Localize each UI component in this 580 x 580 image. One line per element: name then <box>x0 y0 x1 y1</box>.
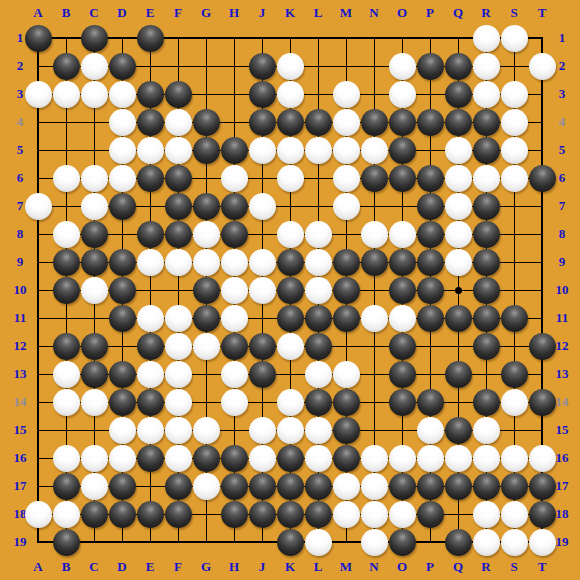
black-stone[interactable] <box>221 221 248 248</box>
column-label-bottom: C <box>80 559 108 575</box>
black-stone[interactable] <box>137 165 164 192</box>
black-stone[interactable] <box>137 333 164 360</box>
white-stone[interactable] <box>277 53 304 80</box>
black-stone[interactable] <box>25 25 52 52</box>
white-stone[interactable] <box>249 193 276 220</box>
black-stone[interactable] <box>417 277 444 304</box>
black-stone[interactable] <box>333 445 360 472</box>
column-label-top: B <box>52 5 80 21</box>
row-label-left: 16 <box>6 450 34 466</box>
white-stone[interactable] <box>305 529 332 556</box>
black-stone[interactable] <box>529 389 556 416</box>
white-stone[interactable] <box>137 137 164 164</box>
row-label-left: 4 <box>6 114 34 130</box>
column-label-bottom: K <box>276 559 304 575</box>
black-stone[interactable] <box>389 361 416 388</box>
black-stone[interactable] <box>529 165 556 192</box>
column-label-bottom: Q <box>444 559 472 575</box>
row-label-right: 4 <box>548 114 576 130</box>
white-stone[interactable] <box>109 445 136 472</box>
white-stone[interactable] <box>389 221 416 248</box>
go-board[interactable]: AABBCCDDEEFFGGHHJJKKLLMMNNOOPPQQRRSSTT11… <box>0 0 580 580</box>
white-stone[interactable] <box>137 305 164 332</box>
white-stone[interactable] <box>249 277 276 304</box>
black-stone[interactable] <box>333 389 360 416</box>
white-stone[interactable] <box>361 501 388 528</box>
black-stone[interactable] <box>305 501 332 528</box>
white-stone[interactable] <box>53 221 80 248</box>
white-stone[interactable] <box>193 221 220 248</box>
white-stone[interactable] <box>361 473 388 500</box>
column-label-top: J <box>248 5 276 21</box>
column-label-top: O <box>388 5 416 21</box>
white-stone[interactable] <box>305 249 332 276</box>
white-stone[interactable] <box>445 249 472 276</box>
black-stone[interactable] <box>221 473 248 500</box>
white-stone[interactable] <box>165 137 192 164</box>
black-stone[interactable] <box>333 249 360 276</box>
row-label-right: 3 <box>548 86 576 102</box>
black-stone[interactable] <box>277 445 304 472</box>
black-stone[interactable] <box>109 277 136 304</box>
white-stone[interactable] <box>389 501 416 528</box>
white-stone[interactable] <box>165 333 192 360</box>
black-stone[interactable] <box>165 81 192 108</box>
black-stone[interactable] <box>109 305 136 332</box>
column-label-bottom: N <box>360 559 388 575</box>
white-stone[interactable] <box>109 137 136 164</box>
black-stone[interactable] <box>137 389 164 416</box>
black-stone[interactable] <box>473 193 500 220</box>
black-stone[interactable] <box>445 305 472 332</box>
white-stone[interactable] <box>165 389 192 416</box>
white-stone[interactable] <box>221 361 248 388</box>
row-label-left: 2 <box>6 58 34 74</box>
black-stone[interactable] <box>137 25 164 52</box>
column-label-bottom: P <box>416 559 444 575</box>
white-stone[interactable] <box>333 501 360 528</box>
white-stone[interactable] <box>137 249 164 276</box>
white-stone[interactable] <box>445 445 472 472</box>
black-stone[interactable] <box>473 389 500 416</box>
white-stone[interactable] <box>445 221 472 248</box>
white-stone[interactable] <box>53 389 80 416</box>
black-stone[interactable] <box>389 473 416 500</box>
column-label-top: H <box>220 5 248 21</box>
black-stone[interactable] <box>165 221 192 248</box>
row-label-right: 10 <box>548 282 576 298</box>
column-label-bottom: T <box>528 559 556 575</box>
white-stone[interactable] <box>277 165 304 192</box>
white-stone[interactable] <box>333 109 360 136</box>
white-stone[interactable] <box>165 361 192 388</box>
black-stone[interactable] <box>109 193 136 220</box>
white-stone[interactable] <box>305 361 332 388</box>
black-stone[interactable] <box>333 277 360 304</box>
black-stone[interactable] <box>221 445 248 472</box>
column-label-bottom: O <box>388 559 416 575</box>
black-stone[interactable] <box>417 165 444 192</box>
white-stone[interactable] <box>473 501 500 528</box>
black-stone[interactable] <box>193 193 220 220</box>
black-stone[interactable] <box>417 501 444 528</box>
white-stone[interactable] <box>193 249 220 276</box>
white-stone[interactable] <box>473 53 500 80</box>
white-stone[interactable] <box>361 137 388 164</box>
white-stone[interactable] <box>305 221 332 248</box>
black-stone[interactable] <box>249 81 276 108</box>
row-label-left: 9 <box>6 254 34 270</box>
white-stone[interactable] <box>333 165 360 192</box>
column-label-top: M <box>332 5 360 21</box>
column-label-top: F <box>164 5 192 21</box>
black-stone[interactable] <box>137 501 164 528</box>
black-stone[interactable] <box>109 249 136 276</box>
white-stone[interactable] <box>361 221 388 248</box>
black-stone[interactable] <box>389 137 416 164</box>
black-stone[interactable] <box>389 333 416 360</box>
white-stone[interactable] <box>109 81 136 108</box>
black-stone[interactable] <box>473 249 500 276</box>
black-stone[interactable] <box>417 473 444 500</box>
black-stone[interactable] <box>137 445 164 472</box>
white-stone[interactable] <box>501 25 528 52</box>
column-label-bottom: R <box>472 559 500 575</box>
white-stone[interactable] <box>25 81 52 108</box>
white-stone[interactable] <box>53 501 80 528</box>
white-stone[interactable] <box>81 445 108 472</box>
white-stone[interactable] <box>221 249 248 276</box>
black-stone[interactable] <box>109 501 136 528</box>
black-stone[interactable] <box>81 25 108 52</box>
white-stone[interactable] <box>473 25 500 52</box>
white-stone[interactable] <box>417 417 444 444</box>
white-stone[interactable] <box>221 165 248 192</box>
white-stone[interactable] <box>81 473 108 500</box>
white-stone[interactable] <box>249 445 276 472</box>
black-stone[interactable] <box>501 473 528 500</box>
white-stone[interactable] <box>389 81 416 108</box>
white-stone[interactable] <box>53 361 80 388</box>
black-stone[interactable] <box>361 109 388 136</box>
white-stone[interactable] <box>361 445 388 472</box>
white-stone[interactable] <box>501 109 528 136</box>
row-label-left: 19 <box>6 534 34 550</box>
black-stone[interactable] <box>249 53 276 80</box>
column-label-top: N <box>360 5 388 21</box>
black-stone[interactable] <box>305 389 332 416</box>
black-stone[interactable] <box>473 109 500 136</box>
column-label-bottom: J <box>248 559 276 575</box>
column-label-top: E <box>136 5 164 21</box>
black-stone[interactable] <box>137 81 164 108</box>
column-label-top: C <box>80 5 108 21</box>
white-stone[interactable] <box>81 165 108 192</box>
black-stone[interactable] <box>81 221 108 248</box>
white-stone[interactable] <box>249 417 276 444</box>
black-stone[interactable] <box>361 249 388 276</box>
white-stone[interactable] <box>277 221 304 248</box>
white-stone[interactable] <box>529 445 556 472</box>
black-stone[interactable] <box>277 473 304 500</box>
black-stone[interactable] <box>529 333 556 360</box>
black-stone[interactable] <box>221 193 248 220</box>
white-stone[interactable] <box>193 333 220 360</box>
white-stone[interactable] <box>305 137 332 164</box>
white-stone[interactable] <box>193 417 220 444</box>
black-stone[interactable] <box>305 305 332 332</box>
black-stone[interactable] <box>389 109 416 136</box>
white-stone[interactable] <box>221 389 248 416</box>
black-stone[interactable] <box>445 53 472 80</box>
black-stone[interactable] <box>445 473 472 500</box>
white-stone[interactable] <box>389 445 416 472</box>
white-stone[interactable] <box>445 165 472 192</box>
black-stone[interactable] <box>305 473 332 500</box>
column-label-top: D <box>108 5 136 21</box>
black-stone[interactable] <box>473 277 500 304</box>
white-stone[interactable] <box>473 81 500 108</box>
hoshi-dot <box>455 287 462 294</box>
white-stone[interactable] <box>249 249 276 276</box>
row-label-left: 6 <box>6 170 34 186</box>
black-stone[interactable] <box>249 501 276 528</box>
white-stone[interactable] <box>165 249 192 276</box>
white-stone[interactable] <box>333 81 360 108</box>
black-stone[interactable] <box>445 529 472 556</box>
white-stone[interactable] <box>81 389 108 416</box>
black-stone[interactable] <box>53 473 80 500</box>
white-stone[interactable] <box>529 53 556 80</box>
black-stone[interactable] <box>165 193 192 220</box>
white-stone[interactable] <box>277 333 304 360</box>
row-label-right: 9 <box>548 254 576 270</box>
black-stone[interactable] <box>277 249 304 276</box>
column-label-top: Q <box>444 5 472 21</box>
black-stone[interactable] <box>473 137 500 164</box>
white-stone[interactable] <box>529 529 556 556</box>
black-stone[interactable] <box>389 529 416 556</box>
black-stone[interactable] <box>277 305 304 332</box>
white-stone[interactable] <box>165 109 192 136</box>
black-stone[interactable] <box>137 109 164 136</box>
white-stone[interactable] <box>81 53 108 80</box>
black-stone[interactable] <box>81 361 108 388</box>
black-stone[interactable] <box>109 389 136 416</box>
white-stone[interactable] <box>333 193 360 220</box>
white-stone[interactable] <box>193 473 220 500</box>
white-stone[interactable] <box>109 417 136 444</box>
column-label-bottom: A <box>24 559 52 575</box>
white-stone[interactable] <box>389 305 416 332</box>
black-stone[interactable] <box>417 193 444 220</box>
row-label-left: 15 <box>6 422 34 438</box>
column-label-bottom: L <box>304 559 332 575</box>
black-stone[interactable] <box>445 81 472 108</box>
white-stone[interactable] <box>53 81 80 108</box>
black-stone[interactable] <box>165 473 192 500</box>
black-stone[interactable] <box>53 333 80 360</box>
black-stone[interactable] <box>165 165 192 192</box>
row-label-right: 1 <box>548 30 576 46</box>
black-stone[interactable] <box>81 333 108 360</box>
white-stone[interactable] <box>53 445 80 472</box>
white-stone[interactable] <box>473 165 500 192</box>
black-stone[interactable] <box>109 53 136 80</box>
white-stone[interactable] <box>277 389 304 416</box>
black-stone[interactable] <box>193 137 220 164</box>
row-label-right: 15 <box>548 422 576 438</box>
black-stone[interactable] <box>473 221 500 248</box>
white-stone[interactable] <box>473 529 500 556</box>
black-stone[interactable] <box>277 109 304 136</box>
column-label-bottom: F <box>164 559 192 575</box>
white-stone[interactable] <box>501 389 528 416</box>
black-stone[interactable] <box>81 249 108 276</box>
black-stone[interactable] <box>221 333 248 360</box>
row-label-left: 17 <box>6 478 34 494</box>
black-stone[interactable] <box>249 333 276 360</box>
white-stone[interactable] <box>81 277 108 304</box>
black-stone[interactable] <box>193 445 220 472</box>
white-stone[interactable] <box>417 445 444 472</box>
white-stone[interactable] <box>305 445 332 472</box>
black-stone[interactable] <box>81 501 108 528</box>
white-stone[interactable] <box>473 445 500 472</box>
white-stone[interactable] <box>333 361 360 388</box>
black-stone[interactable] <box>249 361 276 388</box>
black-stone[interactable] <box>501 305 528 332</box>
white-stone[interactable] <box>81 193 108 220</box>
black-stone[interactable] <box>473 333 500 360</box>
white-stone[interactable] <box>305 277 332 304</box>
white-stone[interactable] <box>501 529 528 556</box>
black-stone[interactable] <box>333 305 360 332</box>
column-label-top: L <box>304 5 332 21</box>
white-stone[interactable] <box>277 81 304 108</box>
row-label-left: 11 <box>6 310 34 326</box>
column-label-top: A <box>24 5 52 21</box>
black-stone[interactable] <box>389 277 416 304</box>
black-stone[interactable] <box>417 53 444 80</box>
white-stone[interactable] <box>109 165 136 192</box>
row-label-left: 8 <box>6 226 34 242</box>
white-stone[interactable] <box>25 193 52 220</box>
row-label-left: 13 <box>6 366 34 382</box>
white-stone[interactable] <box>305 417 332 444</box>
black-stone[interactable] <box>221 501 248 528</box>
black-stone[interactable] <box>277 501 304 528</box>
white-stone[interactable] <box>445 193 472 220</box>
column-label-bottom: G <box>192 559 220 575</box>
white-stone[interactable] <box>473 417 500 444</box>
white-stone[interactable] <box>361 305 388 332</box>
white-stone[interactable] <box>501 445 528 472</box>
white-stone[interactable] <box>165 445 192 472</box>
black-stone[interactable] <box>165 501 192 528</box>
white-stone[interactable] <box>361 529 388 556</box>
black-stone[interactable] <box>389 389 416 416</box>
black-stone[interactable] <box>53 529 80 556</box>
black-stone[interactable] <box>529 473 556 500</box>
black-stone[interactable] <box>109 361 136 388</box>
white-stone[interactable] <box>137 417 164 444</box>
black-stone[interactable] <box>445 109 472 136</box>
row-label-left: 12 <box>6 338 34 354</box>
white-stone[interactable] <box>53 165 80 192</box>
white-stone[interactable] <box>389 53 416 80</box>
black-stone[interactable] <box>473 305 500 332</box>
black-stone[interactable] <box>53 249 80 276</box>
white-stone[interactable] <box>25 501 52 528</box>
black-stone[interactable] <box>137 221 164 248</box>
black-stone[interactable] <box>417 109 444 136</box>
white-stone[interactable] <box>165 305 192 332</box>
black-stone[interactable] <box>305 333 332 360</box>
black-stone[interactable] <box>109 473 136 500</box>
white-stone[interactable] <box>501 81 528 108</box>
white-stone[interactable] <box>249 137 276 164</box>
black-stone[interactable] <box>193 109 220 136</box>
white-stone[interactable] <box>137 361 164 388</box>
row-label-right: 8 <box>548 226 576 242</box>
black-stone[interactable] <box>417 305 444 332</box>
black-stone[interactable] <box>445 361 472 388</box>
black-stone[interactable] <box>473 473 500 500</box>
white-stone[interactable] <box>221 305 248 332</box>
column-label-bottom: D <box>108 559 136 575</box>
black-stone[interactable] <box>249 109 276 136</box>
black-stone[interactable] <box>305 109 332 136</box>
white-stone[interactable] <box>81 81 108 108</box>
white-stone[interactable] <box>501 501 528 528</box>
black-stone[interactable] <box>249 473 276 500</box>
black-stone[interactable] <box>529 501 556 528</box>
white-stone[interactable] <box>277 417 304 444</box>
black-stone[interactable] <box>389 249 416 276</box>
black-stone[interactable] <box>361 165 388 192</box>
black-stone[interactable] <box>445 417 472 444</box>
black-stone[interactable] <box>221 137 248 164</box>
white-stone[interactable] <box>501 165 528 192</box>
white-stone[interactable] <box>445 137 472 164</box>
black-stone[interactable] <box>277 529 304 556</box>
row-label-right: 7 <box>548 198 576 214</box>
black-stone[interactable] <box>501 361 528 388</box>
column-label-bottom: B <box>52 559 80 575</box>
white-stone[interactable] <box>221 277 248 304</box>
black-stone[interactable] <box>417 221 444 248</box>
column-label-top: S <box>500 5 528 21</box>
white-stone[interactable] <box>277 137 304 164</box>
black-stone[interactable] <box>277 277 304 304</box>
row-label-left: 14 <box>6 394 34 410</box>
black-stone[interactable] <box>53 277 80 304</box>
black-stone[interactable] <box>193 305 220 332</box>
black-stone[interactable] <box>333 417 360 444</box>
black-stone[interactable] <box>389 165 416 192</box>
white-stone[interactable] <box>333 137 360 164</box>
row-label-right: 11 <box>548 310 576 326</box>
black-stone[interactable] <box>53 53 80 80</box>
black-stone[interactable] <box>417 249 444 276</box>
white-stone[interactable] <box>109 109 136 136</box>
white-stone[interactable] <box>333 473 360 500</box>
black-stone[interactable] <box>193 277 220 304</box>
black-stone[interactable] <box>417 389 444 416</box>
white-stone[interactable] <box>165 417 192 444</box>
white-stone[interactable] <box>501 137 528 164</box>
